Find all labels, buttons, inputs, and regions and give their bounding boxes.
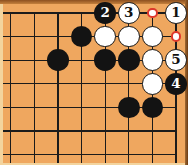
white-stone xyxy=(142,26,164,48)
red-circle-marker xyxy=(147,8,158,19)
move-3-white-stone: 3 xyxy=(118,2,140,24)
black-stone xyxy=(94,49,116,71)
grid-line-vertical xyxy=(10,12,11,163)
grid-line-vertical xyxy=(57,12,58,163)
move-number-label: 3 xyxy=(124,6,133,20)
black-stone xyxy=(118,49,140,71)
move-number-label: 5 xyxy=(171,53,180,67)
crop-strip-bottom xyxy=(0,163,185,166)
move-2-black-stone: 2 xyxy=(94,2,116,24)
grid-line-horizontal xyxy=(0,130,177,131)
black-stone xyxy=(71,26,93,48)
white-stone xyxy=(142,49,164,71)
move-number-label: 1 xyxy=(171,6,180,20)
black-stone xyxy=(47,49,69,71)
move-1-white-stone: 1 xyxy=(165,2,187,24)
white-stone xyxy=(118,26,140,48)
board-edge-frame-top xyxy=(0,0,188,4)
move-5-white-stone: 5 xyxy=(165,49,187,71)
move-number-label: 2 xyxy=(100,6,109,20)
white-stone xyxy=(142,73,164,95)
black-stone xyxy=(118,97,140,119)
black-stone xyxy=(142,97,164,119)
crop-strip-left xyxy=(0,4,3,165)
go-board-diagram[interactable]: 23154 xyxy=(0,0,188,165)
red-circle-marker xyxy=(171,31,182,42)
grid-line-vertical xyxy=(34,12,35,163)
grid-line-horizontal xyxy=(0,154,177,155)
white-stone xyxy=(94,26,116,48)
move-number-label: 4 xyxy=(171,77,180,91)
move-4-black-stone: 4 xyxy=(165,73,187,95)
